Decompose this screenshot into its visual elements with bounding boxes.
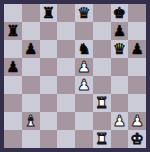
square-b7[interactable] <box>22 22 40 40</box>
square-d3[interactable] <box>57 94 75 112</box>
square-b1[interactable] <box>22 130 40 148</box>
square-b3[interactable] <box>22 94 40 112</box>
white-pawn-icon: ♟ <box>77 59 90 74</box>
square-a3[interactable] <box>4 94 22 112</box>
square-c4[interactable] <box>40 76 58 94</box>
square-c8[interactable]: ♜ <box>40 4 58 22</box>
square-g5[interactable] <box>111 58 129 76</box>
square-g8[interactable]: ♚ <box>111 4 129 22</box>
white-king-icon: ♚ <box>130 131 143 146</box>
white-pawn-icon: ♟ <box>113 113 126 128</box>
white-rook-icon: ♜ <box>95 95 108 110</box>
black-king-icon: ♚ <box>113 5 126 20</box>
square-h2[interactable]: ♟ <box>128 112 146 130</box>
black-queen-icon: ♛ <box>77 5 90 20</box>
square-f4[interactable] <box>93 76 111 94</box>
square-e5[interactable]: ♟ <box>75 58 93 76</box>
square-c2[interactable] <box>40 112 58 130</box>
square-d1[interactable] <box>57 130 75 148</box>
white-pawn-icon: ♟ <box>77 77 90 92</box>
square-b8[interactable] <box>22 4 40 22</box>
square-g6[interactable]: ♛ <box>111 40 129 58</box>
square-f3[interactable]: ♜ <box>93 94 111 112</box>
chess-board: ♜♛♚♜♟♟♞♛♟♟♟♟♜♝♟♟♜♚ <box>4 4 146 148</box>
square-h3[interactable] <box>128 94 146 112</box>
square-d4[interactable] <box>57 76 75 94</box>
square-f2[interactable] <box>93 112 111 130</box>
black-pawn-icon: ♟ <box>24 41 37 56</box>
square-f8[interactable] <box>93 4 111 22</box>
square-g2[interactable]: ♟ <box>111 112 129 130</box>
square-g7[interactable]: ♟ <box>111 22 129 40</box>
square-b2[interactable]: ♝ <box>22 112 40 130</box>
square-f6[interactable] <box>93 40 111 58</box>
square-h4[interactable] <box>128 76 146 94</box>
square-b5[interactable] <box>22 58 40 76</box>
square-h6[interactable]: ♟ <box>128 40 146 58</box>
square-d6[interactable] <box>57 40 75 58</box>
black-knight-icon: ♞ <box>77 41 90 56</box>
white-bishop-icon: ♝ <box>24 113 37 128</box>
white-rook-icon: ♜ <box>95 131 108 146</box>
square-e8[interactable]: ♛ <box>75 4 93 22</box>
chess-board-frame: ♜♛♚♜♟♟♞♛♟♟♟♟♜♝♟♟♜♚ <box>0 0 150 152</box>
black-pawn-icon: ♟ <box>130 41 143 56</box>
square-d7[interactable] <box>57 22 75 40</box>
square-e1[interactable] <box>75 130 93 148</box>
square-b4[interactable] <box>22 76 40 94</box>
square-a4[interactable] <box>4 76 22 94</box>
square-g4[interactable] <box>111 76 129 94</box>
square-a6[interactable] <box>4 40 22 58</box>
square-b6[interactable]: ♟ <box>22 40 40 58</box>
square-c6[interactable] <box>40 40 58 58</box>
square-h7[interactable] <box>128 22 146 40</box>
square-d2[interactable] <box>57 112 75 130</box>
square-f1[interactable]: ♜ <box>93 130 111 148</box>
square-f7[interactable] <box>93 22 111 40</box>
square-e3[interactable] <box>75 94 93 112</box>
square-h1[interactable]: ♚ <box>128 130 146 148</box>
black-pawn-icon: ♟ <box>113 23 126 38</box>
square-a7[interactable]: ♜ <box>4 22 22 40</box>
square-e7[interactable] <box>75 22 93 40</box>
white-pawn-icon: ♟ <box>130 113 143 128</box>
square-d8[interactable] <box>57 4 75 22</box>
black-rook-icon: ♜ <box>6 23 19 38</box>
square-f5[interactable] <box>93 58 111 76</box>
square-c3[interactable] <box>40 94 58 112</box>
square-d5[interactable] <box>57 58 75 76</box>
square-a5[interactable]: ♟ <box>4 58 22 76</box>
square-c1[interactable] <box>40 130 58 148</box>
square-e4[interactable]: ♟ <box>75 76 93 94</box>
square-a1[interactable] <box>4 130 22 148</box>
square-g1[interactable] <box>111 130 129 148</box>
square-a8[interactable] <box>4 4 22 22</box>
square-c7[interactable] <box>40 22 58 40</box>
square-e6[interactable]: ♞ <box>75 40 93 58</box>
square-h5[interactable] <box>128 58 146 76</box>
square-g3[interactable] <box>111 94 129 112</box>
square-h8[interactable] <box>128 4 146 22</box>
black-queen-icon: ♛ <box>113 41 126 56</box>
black-pawn-icon: ♟ <box>6 59 19 74</box>
square-c5[interactable] <box>40 58 58 76</box>
square-e2[interactable] <box>75 112 93 130</box>
black-rook-icon: ♜ <box>42 5 55 20</box>
square-a2[interactable] <box>4 112 22 130</box>
